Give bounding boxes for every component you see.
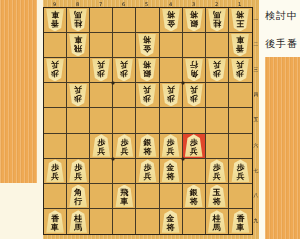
piece-fu-gote[interactable]: 歩兵: [184, 84, 204, 107]
square-2九[interactable]: 桂馬: [206, 209, 229, 234]
piece-kanji: 玉将: [212, 188, 222, 206]
square-9九[interactable]: 香車: [44, 209, 67, 234]
piece-gyokusho-sente[interactable]: 玉将: [207, 185, 227, 208]
square-4七[interactable]: 金将: [160, 159, 183, 184]
square-8八[interactable]: 角行: [67, 184, 90, 209]
piece-ginsho-sente[interactable]: 銀将: [137, 134, 157, 157]
square-5一[interactable]: [136, 8, 159, 33]
square-5三[interactable]: 銀将: [136, 58, 159, 83]
square-4三[interactable]: [160, 58, 183, 83]
piece-kanji: 香車: [235, 214, 245, 232]
square-1七[interactable]: 歩兵: [229, 159, 252, 184]
piece-fu-sente[interactable]: 歩兵: [45, 159, 65, 182]
piece-kanji: 角行: [189, 60, 199, 78]
piece-kinsho-gote[interactable]: 金将: [161, 9, 181, 32]
piece-kanji: 銀将: [189, 188, 199, 206]
square-2六[interactable]: [206, 134, 229, 159]
piece-kanji: 桂馬: [73, 10, 83, 28]
rank-label: 五: [252, 110, 258, 130]
square-4八[interactable]: [160, 184, 183, 209]
piece-kanji: 歩兵: [73, 85, 83, 103]
square-9五[interactable]: [44, 108, 67, 133]
square-7一[interactable]: [90, 8, 113, 33]
piece-kanji: 歩兵: [189, 85, 199, 103]
piece-kanji: 歩兵: [189, 138, 199, 156]
piece-kanji: 飛車: [119, 188, 129, 206]
square-1六[interactable]: [229, 134, 252, 159]
piece-fu-gote[interactable]: 歩兵: [230, 59, 250, 82]
square-9七[interactable]: 歩兵: [44, 159, 67, 184]
square-6三[interactable]: 歩兵: [113, 58, 136, 83]
square-5四[interactable]: 歩兵: [136, 83, 159, 108]
square-8五[interactable]: [67, 108, 90, 133]
piece-kanji: 歩兵: [50, 163, 60, 181]
square-2三[interactable]: 歩兵: [206, 58, 229, 83]
rank-label: 一: [252, 10, 258, 30]
square-9二[interactable]: [44, 33, 67, 58]
square-6六[interactable]: 歩兵: [113, 134, 136, 159]
piece-kanji: 歩兵: [166, 85, 176, 103]
square-5五[interactable]: [136, 108, 159, 133]
square-3六[interactable]: 歩兵: [183, 134, 206, 159]
square-6七[interactable]: [113, 159, 136, 184]
piece-kanji: 銀将: [142, 138, 152, 156]
square-9四[interactable]: [44, 83, 67, 108]
piece-kyosha-sente[interactable]: 香車: [45, 210, 65, 233]
square-8六[interactable]: [67, 134, 90, 159]
file-label: 4: [160, 1, 180, 7]
piece-kanji: 歩兵: [73, 163, 83, 181]
square-8三[interactable]: [67, 58, 90, 83]
square-1一[interactable]: 王将: [229, 8, 252, 33]
square-7七[interactable]: [90, 159, 113, 184]
piece-kanji: 金将: [166, 10, 176, 28]
piece-fu-sente[interactable]: 歩兵: [114, 134, 134, 157]
square-2二[interactable]: [206, 33, 229, 58]
piece-kanji: 歩兵: [119, 138, 129, 156]
square-4四[interactable]: 歩兵: [160, 83, 183, 108]
square-8九[interactable]: 桂馬: [67, 209, 90, 234]
square-6四[interactable]: [113, 83, 136, 108]
rank-label: 三: [252, 60, 258, 80]
square-9一[interactable]: 香車: [44, 8, 67, 33]
piece-fu-sente[interactable]: 歩兵: [91, 134, 111, 157]
piece-kanji: 飛車: [73, 35, 83, 53]
square-7二[interactable]: [90, 33, 113, 58]
piece-kanji: 桂馬: [73, 214, 83, 232]
gote-captured-pieces-tray[interactable]: [0, 0, 37, 183]
square-5六[interactable]: 銀将: [136, 134, 159, 159]
status-label: 検討中: [265, 9, 300, 23]
piece-kyosha-gote[interactable]: 香車: [45, 9, 65, 32]
piece-kanji: 金将: [166, 214, 176, 232]
square-3七[interactable]: [183, 159, 206, 184]
piece-fu-gote[interactable]: 歩兵: [161, 84, 181, 107]
square-8一[interactable]: 桂馬: [67, 8, 90, 33]
square-9八[interactable]: [44, 184, 67, 209]
piece-fu-sente[interactable]: 歩兵: [230, 159, 250, 182]
square-7九[interactable]: [90, 209, 113, 234]
square-4九[interactable]: 金将: [160, 209, 183, 234]
square-5八[interactable]: [136, 184, 159, 209]
file-label: 3: [183, 1, 203, 7]
square-9三[interactable]: 歩兵: [44, 58, 67, 83]
rank-label: 八: [252, 185, 258, 205]
hoshi-star-point: [181, 157, 184, 160]
piece-kanji: 香車: [235, 35, 245, 53]
piece-kanji: 銀将: [189, 10, 199, 28]
square-4五[interactable]: [160, 108, 183, 133]
file-label: 5: [137, 1, 157, 7]
square-3九[interactable]: [183, 209, 206, 234]
file-label: 6: [114, 1, 134, 7]
rank-label: 四: [252, 85, 258, 105]
square-4一[interactable]: 金将: [160, 8, 183, 33]
piece-kanji: 香車: [50, 214, 60, 232]
piece-fu-sente[interactable]: 歩兵: [207, 159, 227, 182]
piece-fu-sente[interactable]: 歩兵: [68, 159, 88, 182]
piece-kinsho-gote[interactable]: 金将: [137, 34, 157, 57]
piece-kanji: 桂馬: [212, 10, 222, 28]
piece-keima-gote[interactable]: 桂馬: [68, 9, 88, 32]
square-9六[interactable]: [44, 134, 67, 159]
square-4六[interactable]: 歩兵: [160, 134, 183, 159]
piece-keima-gote[interactable]: 桂馬: [207, 9, 227, 32]
piece-kanji: 歩兵: [96, 138, 106, 156]
piece-kanji: 銀将: [142, 60, 152, 78]
file-label: 9: [45, 1, 65, 7]
piece-kanji: 金将: [166, 163, 176, 181]
square-6五[interactable]: [113, 108, 136, 133]
square-3五[interactable]: [183, 108, 206, 133]
square-3八[interactable]: 銀将: [183, 184, 206, 209]
piece-kanji: 歩兵: [212, 163, 222, 181]
square-6八[interactable]: 飛車: [113, 184, 136, 209]
square-2一[interactable]: 桂馬: [206, 8, 229, 33]
piece-kanji: 歩兵: [50, 60, 60, 78]
sente-captured-pieces-tray[interactable]: [265, 57, 300, 239]
square-8七[interactable]: 歩兵: [67, 159, 90, 184]
square-2五[interactable]: [206, 108, 229, 133]
square-3一[interactable]: 銀将: [183, 8, 206, 33]
piece-kanji: 歩兵: [166, 138, 176, 156]
square-5二[interactable]: 金将: [136, 33, 159, 58]
square-3二[interactable]: [183, 33, 206, 58]
square-7五[interactable]: [90, 108, 113, 133]
piece-keima-sente[interactable]: 桂馬: [207, 210, 227, 233]
piece-kanji: 歩兵: [96, 60, 106, 78]
piece-fu-sente[interactable]: 歩兵: [137, 159, 157, 182]
piece-kanji: 歩兵: [142, 85, 152, 103]
piece-fu-sente[interactable]: 歩兵: [161, 134, 181, 157]
square-6九[interactable]: [113, 209, 136, 234]
piece-osho-gote[interactable]: 王将: [230, 9, 250, 32]
file-label: 8: [68, 1, 88, 7]
piece-kanji: 香車: [50, 10, 60, 28]
piece-hisha-sente[interactable]: 飛車: [114, 185, 134, 208]
piece-kanji: 金将: [142, 35, 152, 53]
hoshi-star-point: [112, 82, 115, 85]
piece-kakugyo-gote[interactable]: 角行: [184, 59, 204, 82]
piece-kinsho-sente[interactable]: 金将: [161, 159, 181, 182]
piece-kyosha-gote[interactable]: 香車: [230, 34, 250, 57]
hoshi-star-point: [181, 82, 184, 85]
square-4二[interactable]: [160, 33, 183, 58]
square-6二[interactable]: [113, 33, 136, 58]
piece-fu-gote[interactable]: 歩兵: [68, 84, 88, 107]
square-1二[interactable]: 香車: [229, 33, 252, 58]
square-7六[interactable]: 歩兵: [90, 134, 113, 159]
piece-kyosha-sente[interactable]: 香車: [230, 210, 250, 233]
turn-indicator: 後手番: [265, 37, 300, 51]
square-8二[interactable]: 飛車: [67, 33, 90, 58]
piece-kanji: 歩兵: [212, 60, 222, 78]
square-6一[interactable]: [113, 8, 136, 33]
piece-fu-gote[interactable]: 歩兵: [137, 84, 157, 107]
piece-hisha-gote[interactable]: 飛車: [68, 34, 88, 57]
square-2七[interactable]: 歩兵: [206, 159, 229, 184]
square-2四[interactable]: [206, 83, 229, 108]
piece-fu-sente[interactable]: 歩兵: [184, 134, 204, 157]
file-labels: 987654321: [43, 0, 251, 7]
piece-kanji: 歩兵: [119, 60, 129, 78]
square-3四[interactable]: 歩兵: [183, 83, 206, 108]
rank-label: 九: [252, 210, 258, 230]
piece-ginsho-gote[interactable]: 銀将: [137, 59, 157, 82]
piece-fu-gote[interactable]: 歩兵: [207, 59, 227, 82]
square-5九[interactable]: [136, 209, 159, 234]
rank-label: 七: [252, 160, 258, 180]
rank-label: 六: [252, 135, 258, 155]
piece-kanji: 角行: [73, 188, 83, 206]
piece-kanji: 王将: [235, 10, 245, 28]
shogi-board[interactable]: 香車桂馬金将銀将桂馬王将飛車金将香車歩兵歩兵歩兵銀将角行歩兵歩兵歩兵歩兵歩兵歩兵…: [43, 7, 253, 235]
piece-ginsho-gote[interactable]: 銀将: [184, 9, 204, 32]
file-label: 7: [91, 1, 111, 7]
piece-kanji: 歩兵: [235, 163, 245, 181]
piece-keima-sente[interactable]: 桂馬: [68, 210, 88, 233]
hoshi-star-point: [112, 157, 115, 160]
square-1三[interactable]: 歩兵: [229, 58, 252, 83]
square-1四[interactable]: [229, 83, 252, 108]
piece-kanji: 歩兵: [235, 60, 245, 78]
square-7三[interactable]: 歩兵: [90, 58, 113, 83]
piece-fu-gote[interactable]: 歩兵: [114, 59, 134, 82]
piece-fu-gote[interactable]: 歩兵: [91, 59, 111, 82]
square-5七[interactable]: 歩兵: [136, 159, 159, 184]
piece-kakugyo-sente[interactable]: 角行: [68, 185, 88, 208]
square-3三[interactable]: 角行: [183, 58, 206, 83]
piece-kanji: 歩兵: [142, 163, 152, 181]
square-1五[interactable]: [229, 108, 252, 133]
square-8四[interactable]: 歩兵: [67, 83, 90, 108]
rank-label: 二: [252, 35, 258, 55]
square-1八[interactable]: [229, 184, 252, 209]
piece-ginsho-sente[interactable]: 銀将: [184, 185, 204, 208]
piece-fu-gote[interactable]: 歩兵: [45, 59, 65, 82]
piece-kanji: 桂馬: [212, 214, 222, 232]
square-1九[interactable]: 香車: [229, 209, 252, 234]
square-2八[interactable]: 玉将: [206, 184, 229, 209]
square-7四[interactable]: [90, 83, 113, 108]
square-7八[interactable]: [90, 184, 113, 209]
piece-kinsho-sente[interactable]: 金将: [161, 210, 181, 233]
file-label: 2: [206, 1, 226, 7]
file-label: 1: [230, 1, 250, 7]
